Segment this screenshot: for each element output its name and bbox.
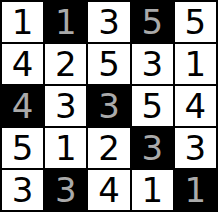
cell-r3c2[interactable]: 3 bbox=[45, 86, 86, 126]
cell-r3c3[interactable]: 3 bbox=[88, 86, 129, 126]
cell-r3c4[interactable]: 5 bbox=[132, 86, 173, 126]
cell-r3c1[interactable]: 4 bbox=[2, 86, 43, 126]
cell-r1c1[interactable]: 1 bbox=[2, 2, 43, 42]
cell-r3c5[interactable]: 4 bbox=[175, 86, 216, 126]
cell-r2c4[interactable]: 3 bbox=[132, 44, 173, 84]
cell-r4c3[interactable]: 2 bbox=[88, 128, 129, 168]
cell-r2c2[interactable]: 2 bbox=[45, 44, 86, 84]
cell-r4c5[interactable]: 3 bbox=[175, 128, 216, 168]
cell-r1c2[interactable]: 1 bbox=[45, 2, 86, 42]
cell-r2c3[interactable]: 5 bbox=[88, 44, 129, 84]
cell-r4c1[interactable]: 5 bbox=[2, 128, 43, 168]
cell-r5c2[interactable]: 3 bbox=[45, 170, 86, 210]
cell-r5c4[interactable]: 1 bbox=[132, 170, 173, 210]
cell-r5c3[interactable]: 4 bbox=[88, 170, 129, 210]
cell-r4c4[interactable]: 3 bbox=[132, 128, 173, 168]
cell-r2c1[interactable]: 4 bbox=[2, 44, 43, 84]
cell-r1c3[interactable]: 3 bbox=[88, 2, 129, 42]
cell-r5c1[interactable]: 3 bbox=[2, 170, 43, 210]
cell-r2c5[interactable]: 1 bbox=[175, 44, 216, 84]
cell-r1c5[interactable]: 5 bbox=[175, 2, 216, 42]
cell-r5c5[interactable]: 1 bbox=[175, 170, 216, 210]
cell-r1c4[interactable]: 5 bbox=[132, 2, 173, 42]
cell-r4c2[interactable]: 1 bbox=[45, 128, 86, 168]
hitori-board: 1135542531433545123333411 bbox=[0, 0, 218, 212]
hitori-puzzle: 1135542531433545123333411 bbox=[0, 0, 218, 212]
